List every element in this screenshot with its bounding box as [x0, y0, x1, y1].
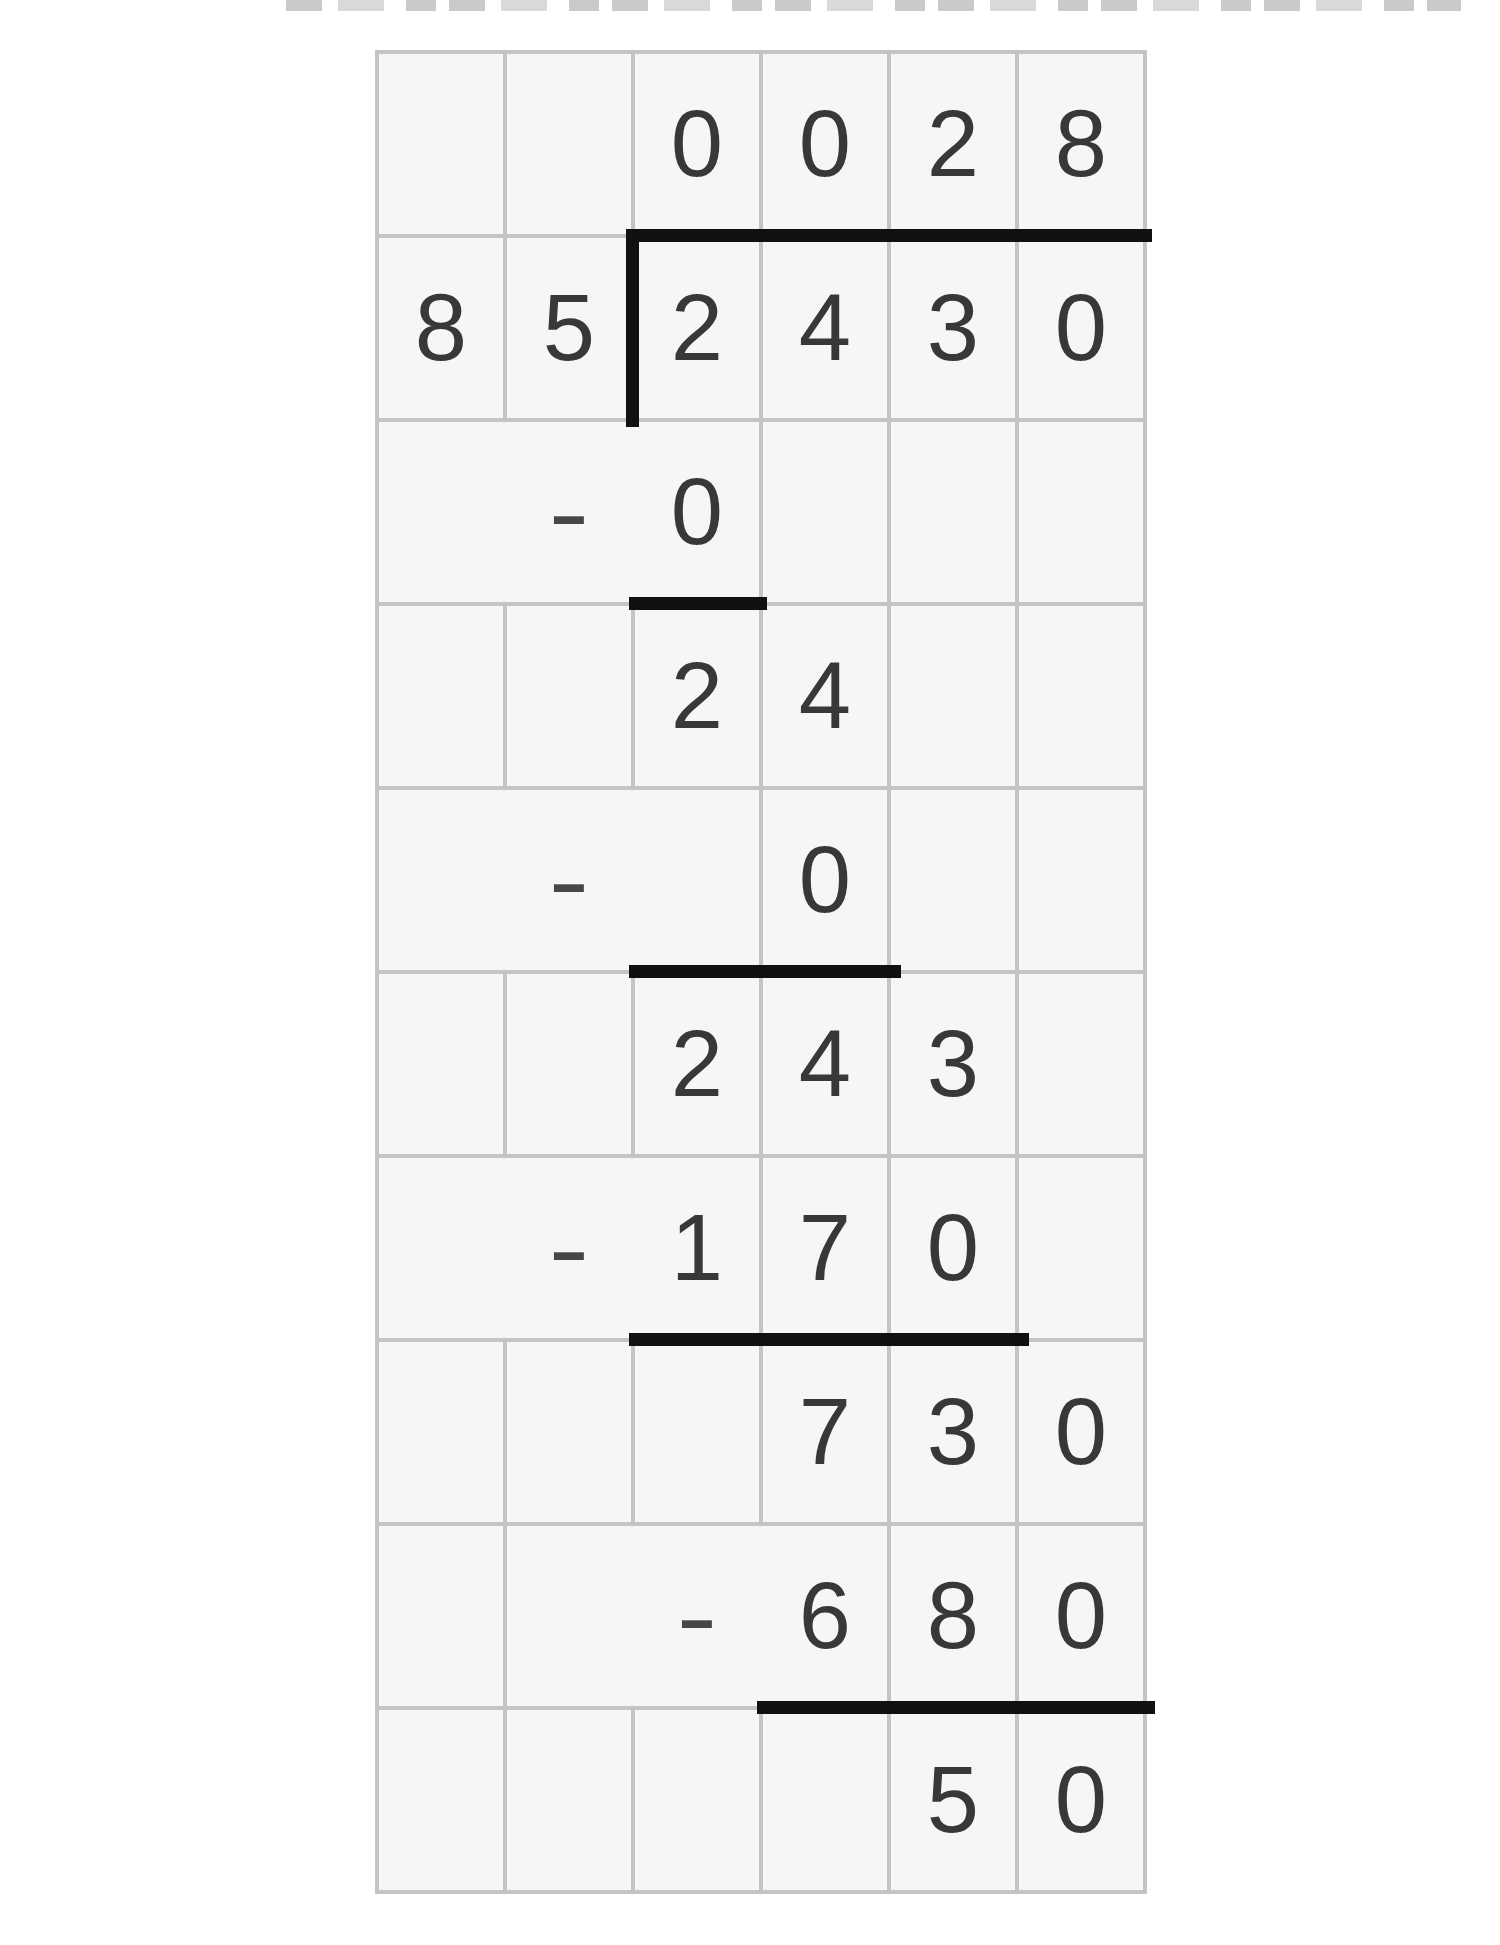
- top-crop-artifact: [286, 0, 1461, 11]
- cell-r4-c4: [891, 790, 1015, 970]
- cell-r2-c1: -: [492, 422, 647, 602]
- subtraction-underline-2: [629, 965, 901, 978]
- cell-r7-c4: 3: [891, 1342, 1015, 1522]
- cell-r6-c1: -: [492, 1158, 647, 1338]
- cell-r0-c4: 2: [891, 54, 1015, 234]
- cell-r8-c5: 0: [1019, 1526, 1143, 1706]
- cell-r9-c2: [635, 1710, 759, 1890]
- cell-r7-c2: [635, 1342, 759, 1522]
- cell-r4-c3: 0: [763, 790, 887, 970]
- cell-r5-c2: 2: [635, 974, 759, 1154]
- cell-r1-c0: 8: [379, 238, 503, 418]
- cell-r5-c1: [507, 974, 631, 1154]
- cell-r8-c4: 8: [891, 1526, 1015, 1706]
- cell-r5-c3: 4: [763, 974, 887, 1154]
- cell-r7-c5: 0: [1019, 1342, 1143, 1522]
- cell-r4-c0: [379, 790, 503, 970]
- cell-r3-c4: [891, 606, 1015, 786]
- cell-r5-c0: [379, 974, 503, 1154]
- subtraction-underline-4: [757, 1701, 1155, 1714]
- cell-r5-c5: [1019, 974, 1143, 1154]
- cell-r0-c2: 0: [635, 54, 759, 234]
- cell-r0-c3: 0: [763, 54, 887, 234]
- cell-r6-c5: [1019, 1158, 1143, 1338]
- cell-r5-c4: 3: [891, 974, 1015, 1154]
- cell-r6-c4: 0: [891, 1158, 1015, 1338]
- cell-r8-c0: [379, 1526, 503, 1706]
- cell-r0-c5: 8: [1019, 54, 1143, 234]
- cell-r3-c3: 4: [763, 606, 887, 786]
- cell-r1-c5: 0: [1019, 238, 1143, 418]
- cell-r8-c3: 6: [763, 1526, 887, 1706]
- cell-r2-c0: [379, 422, 503, 602]
- cell-r2-c3: [763, 422, 887, 602]
- cell-r7-c3: 7: [763, 1342, 887, 1522]
- cell-r8-c2: -: [620, 1526, 775, 1706]
- cell-r2-c5: [1019, 422, 1143, 602]
- cell-r1-c4: 3: [891, 238, 1015, 418]
- cell-r6-c3: 7: [763, 1158, 887, 1338]
- cell-r6-c0: [379, 1158, 503, 1338]
- division-bracket-horizontal-line: [626, 229, 1152, 242]
- cell-r8-c1: [507, 1526, 631, 1706]
- cell-r7-c0: [379, 1342, 503, 1522]
- cell-r4-c2: [635, 790, 759, 970]
- cell-r3-c0: [379, 606, 503, 786]
- cell-r3-c5: [1019, 606, 1143, 786]
- cell-r1-c3: 4: [763, 238, 887, 418]
- cell-r2-c4: [891, 422, 1015, 602]
- cell-r4-c5: [1019, 790, 1143, 970]
- cell-r0-c0: [379, 54, 503, 234]
- cell-r3-c2: 2: [635, 606, 759, 786]
- cell-r2-c2: 0: [635, 422, 759, 602]
- cell-r3-c1: [507, 606, 631, 786]
- cell-r6-c2: 1: [635, 1158, 759, 1338]
- cell-r7-c1: [507, 1342, 631, 1522]
- subtraction-underline-3: [629, 1333, 1029, 1346]
- cell-r9-c1: [507, 1710, 631, 1890]
- cell-r9-c4: 5: [891, 1710, 1015, 1890]
- cell-r1-c2: 2: [635, 238, 759, 418]
- cell-r9-c3: [763, 1710, 887, 1890]
- cell-r1-c1: 5: [507, 238, 631, 418]
- cell-r9-c0: [379, 1710, 503, 1890]
- subtraction-underline-1: [629, 597, 767, 610]
- cell-r4-c1: -: [492, 790, 647, 970]
- cell-r0-c1: [507, 54, 631, 234]
- cell-r9-c5: 0: [1019, 1710, 1143, 1890]
- division-bracket-vertical-line: [626, 229, 639, 427]
